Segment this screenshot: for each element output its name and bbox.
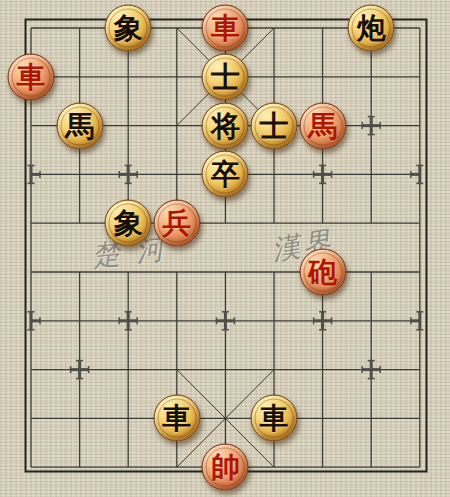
- piece-glyph: 車: [17, 62, 46, 91]
- piece-glyph: 馬: [308, 111, 337, 140]
- piece-red-general[interactable]: 帥: [202, 444, 249, 491]
- piece-glyph: 炮: [357, 14, 386, 43]
- piece-red-horse[interactable]: 馬: [299, 102, 346, 149]
- piece-red-chariot[interactable]: 車: [8, 53, 55, 100]
- piece-glyph: 象: [114, 209, 143, 238]
- piece-black-elephant[interactable]: 象: [105, 200, 152, 247]
- piece-glyph: 砲: [308, 258, 337, 287]
- piece-glyph: 卒: [211, 160, 240, 189]
- pieces-layer: 象車炮車士馬将士馬卒象兵砲車車帥: [0, 0, 450, 497]
- piece-black-horse[interactable]: 馬: [56, 102, 103, 149]
- piece-black-cannon[interactable]: 炮: [348, 5, 395, 52]
- piece-glyph: 士: [260, 111, 289, 140]
- piece-glyph: 馬: [65, 111, 94, 140]
- piece-red-chariot[interactable]: 車: [202, 5, 249, 52]
- piece-black-chariot[interactable]: 車: [153, 395, 200, 442]
- piece-glyph: 車: [162, 404, 191, 433]
- piece-glyph: 士: [211, 62, 240, 91]
- piece-black-advisor[interactable]: 士: [251, 102, 298, 149]
- piece-glyph: 兵: [162, 209, 191, 238]
- piece-black-soldier[interactable]: 卒: [202, 151, 249, 198]
- xiangqi-board[interactable]: 楚河 漢界 象車炮車士馬将士馬卒象兵砲車車帥: [0, 0, 450, 497]
- piece-black-advisor[interactable]: 士: [202, 53, 249, 100]
- piece-glyph: 車: [260, 404, 289, 433]
- piece-red-soldier[interactable]: 兵: [153, 200, 200, 247]
- piece-black-elephant[interactable]: 象: [105, 5, 152, 52]
- piece-glyph: 象: [114, 14, 143, 43]
- piece-red-cannon[interactable]: 砲: [299, 249, 346, 296]
- piece-glyph: 車: [211, 14, 240, 43]
- piece-black-chariot[interactable]: 車: [251, 395, 298, 442]
- piece-glyph: 将: [211, 111, 240, 140]
- piece-black-general[interactable]: 将: [202, 102, 249, 149]
- piece-glyph: 帥: [211, 453, 240, 482]
